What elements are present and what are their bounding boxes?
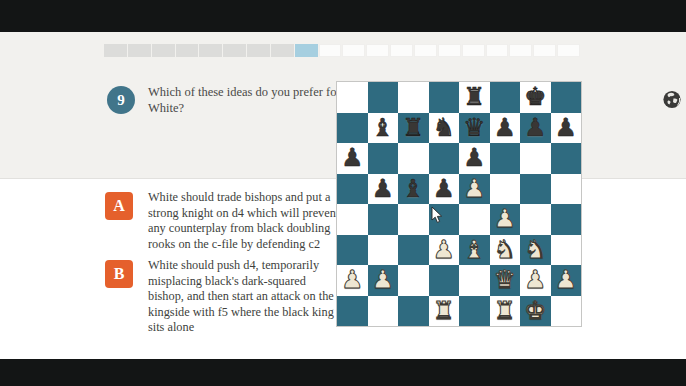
black-rook: ♜ xyxy=(402,113,424,144)
square-b8[interactable] xyxy=(368,82,399,113)
progress-segment-14 xyxy=(414,44,437,57)
white-rook: ♜ xyxy=(494,296,516,327)
progress-segment-11 xyxy=(342,44,365,57)
progress-segment-13 xyxy=(390,44,413,57)
square-f4[interactable]: ♟ xyxy=(490,204,521,235)
square-e7[interactable]: ♛ xyxy=(459,113,490,144)
option-b-badge[interactable]: B xyxy=(105,260,133,288)
progress-segment-15 xyxy=(438,44,461,57)
square-h5[interactable] xyxy=(551,174,582,205)
progress-segment-7 xyxy=(247,44,270,57)
progress-segment-10 xyxy=(319,44,342,57)
white-knight: ♞ xyxy=(524,235,546,266)
square-c7[interactable]: ♜ xyxy=(398,113,429,144)
progress-segment-5 xyxy=(199,44,222,57)
white-pawn: ♟ xyxy=(463,174,485,205)
white-pawn: ♟ xyxy=(555,265,577,296)
progress-segment-6 xyxy=(223,44,246,57)
square-g2[interactable]: ♟ xyxy=(520,265,551,296)
square-c1[interactable] xyxy=(398,296,429,327)
black-knight: ♞ xyxy=(433,113,455,144)
square-c5[interactable]: ♝ xyxy=(398,174,429,205)
white-pawn: ♟ xyxy=(372,265,394,296)
square-a5[interactable] xyxy=(337,174,368,205)
square-f3[interactable]: ♞ xyxy=(490,235,521,266)
square-g8[interactable]: ♚ xyxy=(520,82,551,113)
square-h6[interactable] xyxy=(551,143,582,174)
square-h8[interactable] xyxy=(551,82,582,113)
white-rook: ♜ xyxy=(433,296,455,327)
white-knight: ♞ xyxy=(494,235,516,266)
progress-segment-1 xyxy=(104,44,127,57)
square-d8[interactable] xyxy=(429,82,460,113)
progress-segment-16 xyxy=(462,44,485,57)
globe-icon[interactable] xyxy=(662,89,683,110)
white-queen: ♛ xyxy=(494,265,516,296)
square-d2[interactable] xyxy=(429,265,460,296)
square-h4[interactable] xyxy=(551,204,582,235)
option-b-text: White should push d4, temporarily mispla… xyxy=(148,258,344,336)
square-g5[interactable] xyxy=(520,174,551,205)
square-a3[interactable] xyxy=(337,235,368,266)
square-e6[interactable]: ♟ xyxy=(459,143,490,174)
question-text: Which of these ideas do you prefer for W… xyxy=(148,84,348,117)
square-f7[interactable]: ♟ xyxy=(490,113,521,144)
square-a1[interactable] xyxy=(337,296,368,327)
option-a-badge[interactable]: A xyxy=(105,192,133,220)
square-c3[interactable] xyxy=(398,235,429,266)
square-g1[interactable]: ♚ xyxy=(520,296,551,327)
progress-segment-3 xyxy=(152,44,175,57)
black-king: ♚ xyxy=(524,82,546,113)
square-c6[interactable] xyxy=(398,143,429,174)
square-h7[interactable]: ♟ xyxy=(551,113,582,144)
square-b7[interactable]: ♝ xyxy=(368,113,399,144)
square-b1[interactable] xyxy=(368,296,399,327)
square-b5[interactable]: ♟ xyxy=(368,174,399,205)
square-b3[interactable] xyxy=(368,235,399,266)
black-pawn: ♟ xyxy=(524,113,546,144)
square-a8[interactable] xyxy=(337,82,368,113)
progress-segment-4 xyxy=(176,44,199,57)
square-d5[interactable]: ♟ xyxy=(429,174,460,205)
white-pawn: ♟ xyxy=(433,235,455,266)
progress-segment-19 xyxy=(533,44,556,57)
square-e8[interactable]: ♜ xyxy=(459,82,490,113)
square-f5[interactable] xyxy=(490,174,521,205)
square-g3[interactable]: ♞ xyxy=(520,235,551,266)
progress-segment-2 xyxy=(128,44,151,57)
square-d7[interactable]: ♞ xyxy=(429,113,460,144)
bottom-letterbox-bar xyxy=(0,359,686,386)
square-a7[interactable] xyxy=(337,113,368,144)
square-h2[interactable]: ♟ xyxy=(551,265,582,296)
square-b4[interactable] xyxy=(368,204,399,235)
black-pawn: ♟ xyxy=(555,113,577,144)
square-f8[interactable] xyxy=(490,82,521,113)
square-e4[interactable] xyxy=(459,204,490,235)
progress-segment-18 xyxy=(509,44,532,57)
white-bishop: ♝ xyxy=(463,235,485,266)
square-a4[interactable] xyxy=(337,204,368,235)
square-b2[interactable]: ♟ xyxy=(368,265,399,296)
square-f2[interactable]: ♛ xyxy=(490,265,521,296)
square-h1[interactable] xyxy=(551,296,582,327)
square-b6[interactable] xyxy=(368,143,399,174)
black-pawn: ♟ xyxy=(433,174,455,205)
black-pawn: ♟ xyxy=(463,143,485,174)
black-queen: ♛ xyxy=(463,113,485,144)
option-a-text: White should trade bishops and put a str… xyxy=(148,190,344,252)
square-d1[interactable]: ♜ xyxy=(429,296,460,327)
progress-bar xyxy=(104,44,580,57)
square-c8[interactable] xyxy=(398,82,429,113)
progress-segment-20 xyxy=(557,44,580,57)
question-number-badge: 9 xyxy=(107,86,135,114)
square-f6[interactable] xyxy=(490,143,521,174)
progress-segment-8 xyxy=(271,44,294,57)
black-rook: ♜ xyxy=(463,82,485,113)
progress-segment-12 xyxy=(366,44,389,57)
black-bishop: ♝ xyxy=(402,174,424,205)
progress-segment-17 xyxy=(486,44,509,57)
square-a6[interactable]: ♟ xyxy=(337,143,368,174)
square-d3[interactable]: ♟ xyxy=(429,235,460,266)
square-a2[interactable]: ♟ xyxy=(337,265,368,296)
square-e3[interactable]: ♝ xyxy=(459,235,490,266)
white-pawn: ♟ xyxy=(524,265,546,296)
black-pawn: ♟ xyxy=(372,174,394,205)
square-g6[interactable] xyxy=(520,143,551,174)
square-f1[interactable]: ♜ xyxy=(490,296,521,327)
square-c4[interactable] xyxy=(398,204,429,235)
white-pawn: ♟ xyxy=(494,204,516,235)
black-bishop: ♝ xyxy=(372,113,394,144)
square-e2[interactable] xyxy=(459,265,490,296)
square-d4[interactable] xyxy=(429,204,460,235)
black-pawn: ♟ xyxy=(341,143,363,174)
black-pawn: ♟ xyxy=(494,113,516,144)
progress-segment-9 xyxy=(295,44,318,57)
square-h3[interactable] xyxy=(551,235,582,266)
white-pawn: ♟ xyxy=(341,265,363,296)
white-king: ♚ xyxy=(524,296,546,327)
square-d6[interactable] xyxy=(429,143,460,174)
app-window: 9 Which of these ideas do you prefer for… xyxy=(0,0,686,386)
square-e5[interactable]: ♟ xyxy=(459,174,490,205)
top-letterbox-bar xyxy=(0,0,686,32)
square-g4[interactable] xyxy=(520,204,551,235)
chess-board[interactable]: ♜♚♝♜♞♛♟♟♟♟♟♟♝♟♟♟♟♝♞♞♟♟♛♟♟♜♜♚ xyxy=(337,82,581,326)
square-g7[interactable]: ♟ xyxy=(520,113,551,144)
square-c2[interactable] xyxy=(398,265,429,296)
square-e1[interactable] xyxy=(459,296,490,327)
